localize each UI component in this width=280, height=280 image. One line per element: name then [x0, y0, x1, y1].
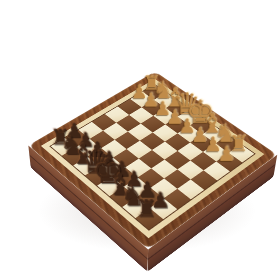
piece-black-rook-h8[interactable]: ♜: [131, 197, 162, 221]
product-photo-canvas: ♜♞♝♛♚♝♞♜♟♟♟♟♟♟♟♟♟♟♟♟♟♟♟♟♜♞♝♛♚♝♞♜: [0, 0, 280, 280]
piece-white-pawn-h2[interactable]: ♟: [212, 144, 241, 164]
chess-set-scene: ♜♞♝♛♚♝♞♜♟♟♟♟♟♟♟♟♟♟♟♟♟♟♟♟♜♞♝♛♚♝♞♜: [0, 0, 280, 280]
